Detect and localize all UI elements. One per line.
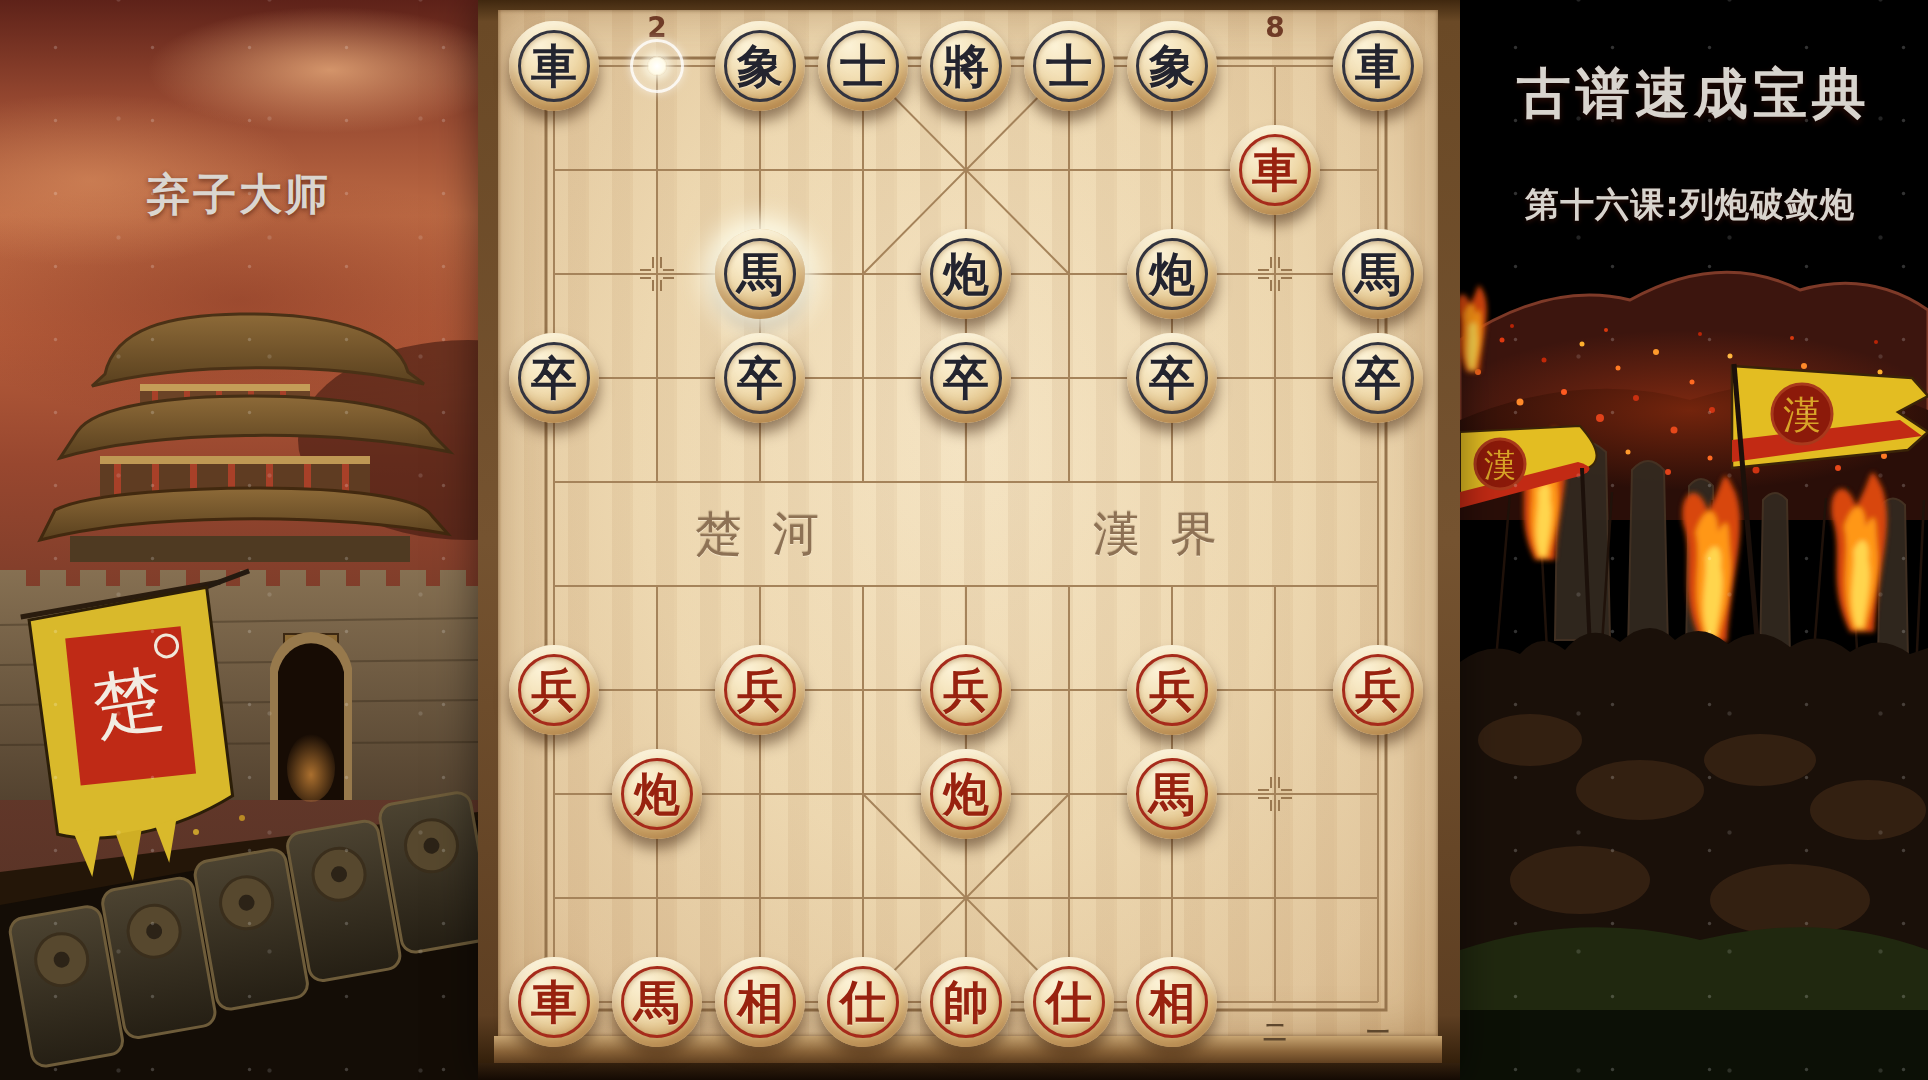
piece-black-soldier[interactable]: 卒 <box>509 333 599 423</box>
piece-glyph: 帥 <box>921 957 1011 1047</box>
piece-black-advisor[interactable]: 士 <box>1024 21 1114 111</box>
piece-black-horse[interactable]: 馬 <box>1333 229 1423 319</box>
piece-red-cannon[interactable]: 炮 <box>612 749 702 839</box>
board-layer: 楚河漢界28二一車象士將士象車車馬炮炮馬卒卒卒卒卒兵兵兵兵兵炮炮馬車馬相仕帥仕相 <box>478 0 1460 1080</box>
cannon-point-marker <box>1258 257 1292 291</box>
piece-red-elephant[interactable]: 相 <box>715 957 805 1047</box>
piece-black-chariot[interactable]: 車 <box>509 21 599 111</box>
file-number-bottom: 二 <box>1264 1017 1287 1048</box>
piece-red-general[interactable]: 帥 <box>921 957 1011 1047</box>
piece-red-chariot[interactable]: 車 <box>509 957 599 1047</box>
piece-glyph: 卒 <box>1127 333 1217 423</box>
piece-glyph: 兵 <box>509 645 599 735</box>
piece-glyph: 象 <box>715 21 805 111</box>
piece-glyph: 士 <box>818 21 908 111</box>
lesson-title: 古谱速成宝典 <box>1460 58 1928 131</box>
piece-glyph: 兵 <box>715 645 805 735</box>
piece-black-elephant[interactable]: 象 <box>1127 21 1217 111</box>
piece-black-general[interactable]: 將 <box>921 21 1011 111</box>
piece-glyph: 仕 <box>818 957 908 1047</box>
piece-glyph: 炮 <box>612 749 702 839</box>
piece-red-chariot[interactable]: 車 <box>1230 125 1320 215</box>
last-move-origin-dot <box>647 56 667 76</box>
xiangqi-board[interactable]: 楚河漢界28二一車象士將士象車車馬炮炮馬卒卒卒卒卒兵兵兵兵兵炮炮馬車馬相仕帥仕相 <box>478 0 1460 1080</box>
piece-red-soldier[interactable]: 兵 <box>1127 645 1217 735</box>
svg-text:楚: 楚 <box>87 656 169 748</box>
piece-glyph: 車 <box>1230 125 1320 215</box>
piece-glyph: 車 <box>509 957 599 1047</box>
piece-black-soldier[interactable]: 卒 <box>715 333 805 423</box>
piece-glyph: 炮 <box>921 229 1011 319</box>
piece-red-soldier[interactable]: 兵 <box>715 645 805 735</box>
piece-black-elephant[interactable]: 象 <box>715 21 805 111</box>
piece-glyph: 象 <box>1127 21 1217 111</box>
piece-red-soldier[interactable]: 兵 <box>509 645 599 735</box>
piece-red-advisor[interactable]: 仕 <box>818 957 908 1047</box>
fortress-illustration: 楚 <box>0 0 478 1080</box>
piece-glyph: 馬 <box>1333 229 1423 319</box>
piece-glyph: 車 <box>1333 21 1423 111</box>
piece-glyph: 車 <box>509 21 599 111</box>
piece-black-soldier[interactable]: 卒 <box>1127 333 1217 423</box>
piece-black-advisor[interactable]: 士 <box>818 21 908 111</box>
lesson-subtitle: 第十六课:列炮破敛炮 <box>1452 182 1928 228</box>
piece-glyph: 卒 <box>715 333 805 423</box>
cannon-point-marker <box>1258 777 1292 811</box>
watermark-text: 弃子大师 <box>0 166 478 224</box>
svg-text:漢: 漢 <box>1783 393 1821 437</box>
screenshot-root: 楚 <box>0 0 1928 1080</box>
piece-glyph: 馬 <box>715 229 805 319</box>
battle-illustration: 漢 漢 <box>1460 0 1928 1080</box>
piece-glyph: 兵 <box>921 645 1011 735</box>
piece-black-chariot[interactable]: 車 <box>1333 21 1423 111</box>
file-number-top: 8 <box>1265 11 1284 44</box>
piece-glyph: 兵 <box>1127 645 1217 735</box>
piece-glyph: 卒 <box>509 333 599 423</box>
piece-glyph: 馬 <box>612 957 702 1047</box>
piece-red-advisor[interactable]: 仕 <box>1024 957 1114 1047</box>
piece-red-elephant[interactable]: 相 <box>1127 957 1217 1047</box>
piece-black-horse[interactable]: 馬 <box>715 229 805 319</box>
background-left-fortress: 楚 <box>0 0 478 1080</box>
piece-red-soldier[interactable]: 兵 <box>1333 645 1423 735</box>
piece-glyph: 炮 <box>921 749 1011 839</box>
piece-black-soldier[interactable]: 卒 <box>1333 333 1423 423</box>
piece-glyph: 卒 <box>921 333 1011 423</box>
file-number-bottom: 一 <box>1367 1017 1390 1048</box>
piece-glyph: 士 <box>1024 21 1114 111</box>
piece-glyph: 相 <box>1127 957 1217 1047</box>
piece-glyph: 卒 <box>1333 333 1423 423</box>
piece-glyph: 兵 <box>1333 645 1423 735</box>
piece-glyph: 將 <box>921 21 1011 111</box>
piece-glyph: 馬 <box>1127 749 1217 839</box>
piece-glyph: 相 <box>715 957 805 1047</box>
svg-text:漢: 漢 <box>1484 446 1516 484</box>
river-label-chu-he: 楚河 <box>695 503 849 566</box>
piece-black-cannon[interactable]: 炮 <box>1127 229 1217 319</box>
piece-red-horse[interactable]: 馬 <box>612 957 702 1047</box>
river-label-han-jie: 漢界 <box>1093 503 1247 566</box>
background-right-battle: 漢 漢 <box>1460 0 1928 1080</box>
piece-glyph: 仕 <box>1024 957 1114 1047</box>
piece-red-cannon[interactable]: 炮 <box>921 749 1011 839</box>
piece-red-horse[interactable]: 馬 <box>1127 749 1217 839</box>
piece-black-soldier[interactable]: 卒 <box>921 333 1011 423</box>
cannon-point-marker <box>640 257 674 291</box>
piece-black-cannon[interactable]: 炮 <box>921 229 1011 319</box>
piece-glyph: 炮 <box>1127 229 1217 319</box>
piece-red-soldier[interactable]: 兵 <box>921 645 1011 735</box>
